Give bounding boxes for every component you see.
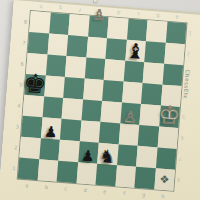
photo-background: ♝♚♙♔♟♟♞ ♙ abcdefgh abcdefgh 87654321 876…: [0, 0, 200, 200]
square-f2[interactable]: [117, 144, 138, 166]
square-a7[interactable]: [28, 32, 49, 54]
square-g5[interactable]: [141, 83, 162, 105]
square-c7[interactable]: [67, 35, 88, 57]
black-pawn-d2[interactable]: ♟: [78, 141, 99, 163]
square-d7[interactable]: [86, 37, 107, 59]
square-e1[interactable]: [95, 164, 116, 186]
black-knight-e2[interactable]: ♞: [97, 143, 118, 165]
square-c3[interactable]: [60, 119, 81, 141]
cut-off-white-piece-stem: [94, 0, 98, 2]
white-pawn-f4[interactable]: ♙: [120, 102, 141, 124]
square-e4[interactable]: [100, 101, 121, 123]
square-a2[interactable]: [19, 137, 40, 159]
square-g7[interactable]: [144, 41, 165, 63]
square-h2[interactable]: [155, 147, 176, 169]
square-b1[interactable]: [37, 159, 58, 181]
square-h3[interactable]: [157, 126, 178, 148]
square-a8[interactable]: [29, 11, 50, 33]
square-a3[interactable]: [21, 116, 42, 138]
square-c1[interactable]: [57, 161, 78, 183]
square-e5[interactable]: [102, 80, 123, 102]
square-g2[interactable]: [136, 146, 157, 168]
square-c5[interactable]: [63, 77, 84, 99]
square-b8[interactable]: [49, 13, 70, 35]
white-pawn-offboard[interactable]: ♙: [89, 1, 110, 23]
square-d6[interactable]: [84, 58, 105, 80]
square-d4[interactable]: [81, 99, 102, 121]
square-g3[interactable]: [138, 125, 159, 147]
square-h1[interactable]: [154, 168, 175, 190]
square-d3[interactable]: [79, 120, 100, 142]
square-h6[interactable]: [162, 64, 183, 86]
square-e3[interactable]: [99, 122, 120, 144]
square-f1[interactable]: [115, 165, 136, 187]
black-pawn-b3[interactable]: ♟: [40, 117, 61, 139]
square-f8[interactable]: [126, 19, 147, 41]
square-f5[interactable]: [122, 82, 143, 104]
square-d5[interactable]: [83, 78, 104, 100]
square-g6[interactable]: [143, 62, 164, 84]
square-e6[interactable]: [104, 59, 125, 81]
square-d1[interactable]: [76, 162, 97, 184]
board: ♝♚♙♔♟♟♞ ♙ abcdefgh abcdefgh 87654321 876…: [17, 10, 188, 192]
square-c2[interactable]: [58, 140, 79, 162]
square-c8[interactable]: [68, 14, 89, 36]
black-king-a5[interactable]: ♚: [24, 74, 45, 96]
square-g1[interactable]: [134, 167, 155, 189]
square-b4[interactable]: [42, 96, 63, 118]
square-h8[interactable]: [165, 22, 186, 44]
white-king-h4[interactable]: ♔: [159, 106, 180, 128]
square-h7[interactable]: [164, 43, 185, 65]
square-b6[interactable]: [45, 54, 66, 76]
square-g8[interactable]: [146, 20, 167, 42]
square-e8[interactable]: [107, 17, 128, 39]
black-bishop-f7[interactable]: ♝: [125, 40, 146, 62]
square-a1[interactable]: [18, 158, 39, 180]
square-c6[interactable]: [65, 56, 86, 78]
square-b7[interactable]: [47, 34, 68, 56]
square-c4[interactable]: [62, 98, 83, 120]
square-e7[interactable]: [105, 38, 126, 60]
